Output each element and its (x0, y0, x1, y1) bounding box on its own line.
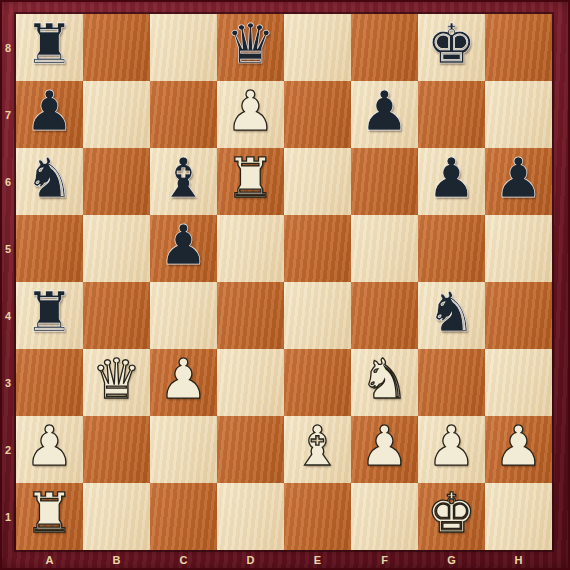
square-e3[interactable] (284, 349, 351, 416)
piece-white-knight[interactable]: ♞ (360, 346, 409, 413)
square-d8[interactable]: ♛ (217, 14, 284, 81)
square-d3[interactable] (217, 349, 284, 416)
square-a3[interactable] (16, 349, 83, 416)
square-a5[interactable] (16, 215, 83, 282)
square-b2[interactable] (83, 416, 150, 483)
piece-black-rook[interactable]: ♜ (25, 279, 74, 346)
rank-label-2: 2 (0, 416, 16, 483)
piece-black-pawn[interactable]: ♟ (360, 78, 409, 145)
rank-label-8: 8 (0, 14, 16, 81)
piece-black-pawn[interactable]: ♟ (427, 145, 476, 212)
square-a4[interactable]: ♜ (16, 282, 83, 349)
piece-black-pawn[interactable]: ♟ (25, 78, 74, 145)
square-h8[interactable] (485, 14, 552, 81)
square-f6[interactable] (351, 148, 418, 215)
square-b6[interactable] (83, 148, 150, 215)
square-e7[interactable] (284, 81, 351, 148)
square-d4[interactable] (217, 282, 284, 349)
square-d5[interactable] (217, 215, 284, 282)
square-c5[interactable]: ♟ (150, 215, 217, 282)
piece-black-queen[interactable]: ♛ (226, 11, 275, 78)
square-a2[interactable]: ♟ (16, 416, 83, 483)
square-d1[interactable] (217, 483, 284, 550)
square-g6[interactable]: ♟ (418, 148, 485, 215)
rank-label-6: 6 (0, 148, 16, 215)
square-a6[interactable]: ♞ (16, 148, 83, 215)
square-c4[interactable] (150, 282, 217, 349)
square-c6[interactable]: ♝ (150, 148, 217, 215)
piece-white-queen[interactable]: ♛ (92, 346, 141, 413)
square-a1[interactable]: ♜ (16, 483, 83, 550)
square-e8[interactable] (284, 14, 351, 81)
chessboard-frame: 87654321 ABCDEFGH ♜♛♚♟♟♟♞♝♜♟♟♟♜♞♛♟♞♟♝♟♟♟… (0, 0, 570, 570)
chess-board[interactable]: ♜♛♚♟♟♟♞♝♜♟♟♟♜♞♛♟♞♟♝♟♟♟♜♚ (16, 14, 552, 550)
square-h2[interactable]: ♟ (485, 416, 552, 483)
square-f2[interactable]: ♟ (351, 416, 418, 483)
piece-white-rook[interactable]: ♜ (226, 145, 275, 212)
piece-black-rook[interactable]: ♜ (25, 11, 74, 78)
piece-white-pawn[interactable]: ♟ (427, 413, 476, 480)
square-d2[interactable] (217, 416, 284, 483)
square-b1[interactable] (83, 483, 150, 550)
square-g2[interactable]: ♟ (418, 416, 485, 483)
piece-white-pawn[interactable]: ♟ (360, 413, 409, 480)
square-g4[interactable]: ♞ (418, 282, 485, 349)
square-h1[interactable] (485, 483, 552, 550)
piece-white-pawn[interactable]: ♟ (226, 78, 275, 145)
square-d6[interactable]: ♜ (217, 148, 284, 215)
piece-white-pawn[interactable]: ♟ (25, 413, 74, 480)
piece-black-bishop[interactable]: ♝ (159, 145, 208, 212)
square-c3[interactable]: ♟ (150, 349, 217, 416)
piece-black-knight[interactable]: ♞ (427, 279, 476, 346)
piece-white-pawn[interactable]: ♟ (494, 413, 543, 480)
piece-white-pawn[interactable]: ♟ (159, 346, 208, 413)
square-a8[interactable]: ♜ (16, 14, 83, 81)
file-label-d: D (217, 550, 284, 570)
square-b3[interactable]: ♛ (83, 349, 150, 416)
square-f7[interactable]: ♟ (351, 81, 418, 148)
file-label-g: G (418, 550, 485, 570)
square-h6[interactable]: ♟ (485, 148, 552, 215)
rank-label-4: 4 (0, 282, 16, 349)
piece-white-king[interactable]: ♚ (427, 480, 476, 547)
square-g8[interactable]: ♚ (418, 14, 485, 81)
square-g7[interactable] (418, 81, 485, 148)
file-label-e: E (284, 550, 351, 570)
square-a7[interactable]: ♟ (16, 81, 83, 148)
square-b4[interactable] (83, 282, 150, 349)
square-e2[interactable]: ♝ (284, 416, 351, 483)
square-f1[interactable] (351, 483, 418, 550)
square-g5[interactable] (418, 215, 485, 282)
square-c7[interactable] (150, 81, 217, 148)
rank-label-1: 1 (0, 483, 16, 550)
file-label-c: C (150, 550, 217, 570)
square-b7[interactable] (83, 81, 150, 148)
square-b5[interactable] (83, 215, 150, 282)
square-c2[interactable] (150, 416, 217, 483)
square-b8[interactable] (83, 14, 150, 81)
square-g1[interactable]: ♚ (418, 483, 485, 550)
piece-black-pawn[interactable]: ♟ (494, 145, 543, 212)
square-h4[interactable] (485, 282, 552, 349)
rank-label-3: 3 (0, 349, 16, 416)
square-e5[interactable] (284, 215, 351, 282)
square-c1[interactable] (150, 483, 217, 550)
square-e1[interactable] (284, 483, 351, 550)
square-d7[interactable]: ♟ (217, 81, 284, 148)
square-f3[interactable]: ♞ (351, 349, 418, 416)
piece-white-bishop[interactable]: ♝ (293, 413, 342, 480)
file-label-f: F (351, 550, 418, 570)
square-h5[interactable] (485, 215, 552, 282)
file-label-a: A (16, 550, 83, 570)
piece-white-rook[interactable]: ♜ (25, 480, 74, 547)
square-h3[interactable] (485, 349, 552, 416)
square-f5[interactable] (351, 215, 418, 282)
square-f8[interactable] (351, 14, 418, 81)
file-label-b: B (83, 550, 150, 570)
piece-black-king[interactable]: ♚ (427, 11, 476, 78)
square-e6[interactable] (284, 148, 351, 215)
file-labels: ABCDEFGH (16, 550, 552, 570)
file-label-h: H (485, 550, 552, 570)
piece-black-knight[interactable]: ♞ (25, 145, 74, 212)
square-g3[interactable] (418, 349, 485, 416)
rank-labels: 87654321 (0, 14, 16, 550)
square-f4[interactable] (351, 282, 418, 349)
piece-black-pawn[interactable]: ♟ (159, 212, 208, 279)
rank-label-7: 7 (0, 81, 16, 148)
square-c8[interactable] (150, 14, 217, 81)
square-e4[interactable] (284, 282, 351, 349)
square-h7[interactable] (485, 81, 552, 148)
rank-label-5: 5 (0, 215, 16, 282)
